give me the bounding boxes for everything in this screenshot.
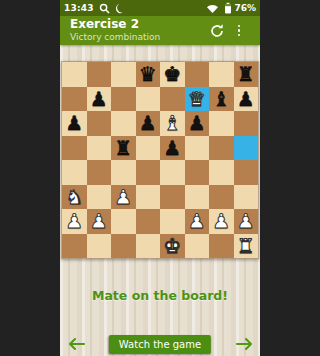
wifi-icon xyxy=(206,3,219,14)
square-c4[interactable] xyxy=(111,160,136,185)
square-e3[interactable] xyxy=(160,185,185,210)
black-pawn: ♟ xyxy=(136,111,161,136)
overflow-menu-icon[interactable] xyxy=(228,20,250,42)
watch-the-game-button[interactable]: Watch the game xyxy=(109,335,211,354)
black-pawn: ♟ xyxy=(87,87,112,112)
square-d7[interactable] xyxy=(136,87,161,112)
square-e2[interactable] xyxy=(160,209,185,234)
square-b5[interactable] xyxy=(87,136,112,161)
square-b1[interactable] xyxy=(87,234,112,259)
battery-icon xyxy=(224,2,232,14)
square-h3[interactable] xyxy=(234,185,259,210)
black-king: ♚ xyxy=(160,62,185,87)
menu-dots xyxy=(238,24,241,38)
square-b8[interactable] xyxy=(87,62,112,87)
square-e1[interactable]: ♚ xyxy=(160,234,185,259)
square-b2[interactable]: ♟ xyxy=(87,209,112,234)
black-queen: ♛ xyxy=(136,62,161,87)
square-c2[interactable] xyxy=(111,209,136,234)
square-f5[interactable] xyxy=(185,136,210,161)
square-g5[interactable] xyxy=(209,136,234,161)
square-e7[interactable] xyxy=(160,87,185,112)
square-f7[interactable]: ♛ xyxy=(185,87,210,112)
white-pawn: ♟ xyxy=(185,209,210,234)
result-message: Mate on the board! xyxy=(60,288,260,303)
square-b4[interactable] xyxy=(87,160,112,185)
square-a8[interactable] xyxy=(62,62,87,87)
square-a4[interactable] xyxy=(62,160,87,185)
square-g7[interactable]: ♝ xyxy=(209,87,234,112)
square-d1[interactable] xyxy=(136,234,161,259)
square-d4[interactable] xyxy=(136,160,161,185)
square-h4[interactable] xyxy=(234,160,259,185)
previous-exercise-arrow[interactable] xyxy=(66,334,86,354)
square-c7[interactable] xyxy=(111,87,136,112)
page-title: Exercise 2 xyxy=(70,18,206,31)
white-queen: ♛ xyxy=(185,87,210,112)
square-c3[interactable]: ♟ xyxy=(111,185,136,210)
white-rook: ♜ xyxy=(234,234,259,259)
chess-board: ♛♚♜♟♛♝♟♟♟♝♟♜♟♞♟♟♟♟♟♟♚♜ xyxy=(61,61,259,259)
square-g2[interactable]: ♟ xyxy=(209,209,234,234)
square-h2[interactable]: ♟ xyxy=(234,209,259,234)
square-d3[interactable] xyxy=(136,185,161,210)
white-pawn: ♟ xyxy=(209,209,234,234)
square-d5[interactable] xyxy=(136,136,161,161)
white-king: ♚ xyxy=(160,234,185,259)
refresh-icon[interactable] xyxy=(206,20,228,42)
square-g8[interactable] xyxy=(209,62,234,87)
page-subtitle: Victory combination xyxy=(70,33,206,43)
square-c5[interactable]: ♜ xyxy=(111,136,136,161)
square-d6[interactable]: ♟ xyxy=(136,111,161,136)
app-bar-titles: Exercise 2 Victory combination xyxy=(70,18,206,42)
status-bar: 13:43 76% xyxy=(60,0,260,16)
square-g3[interactable] xyxy=(209,185,234,210)
black-pawn: ♟ xyxy=(185,111,210,136)
do-not-disturb-moon-icon xyxy=(115,3,125,14)
square-e6[interactable]: ♝ xyxy=(160,111,185,136)
square-f8[interactable] xyxy=(185,62,210,87)
square-h7[interactable]: ♟ xyxy=(234,87,259,112)
square-g6[interactable] xyxy=(209,111,234,136)
square-h5[interactable] xyxy=(234,136,259,161)
black-rook: ♜ xyxy=(234,62,259,87)
square-b6[interactable] xyxy=(87,111,112,136)
white-knight: ♞ xyxy=(62,185,87,210)
clock: 13:43 xyxy=(64,3,94,13)
white-bishop: ♝ xyxy=(160,111,185,136)
square-h1[interactable]: ♜ xyxy=(234,234,259,259)
black-pawn: ♟ xyxy=(160,136,185,161)
square-a7[interactable] xyxy=(62,87,87,112)
white-pawn: ♟ xyxy=(111,185,136,210)
square-f4[interactable] xyxy=(185,160,210,185)
square-a2[interactable]: ♟ xyxy=(62,209,87,234)
app-screen: 13:43 76% Exercise 2 Victory combination… xyxy=(60,0,260,356)
search-icon xyxy=(99,3,110,14)
square-c8[interactable] xyxy=(111,62,136,87)
black-pawn: ♟ xyxy=(234,87,259,112)
white-pawn: ♟ xyxy=(234,209,259,234)
square-g4[interactable] xyxy=(209,160,234,185)
square-f2[interactable]: ♟ xyxy=(185,209,210,234)
white-pawn: ♟ xyxy=(62,209,87,234)
square-f3[interactable] xyxy=(185,185,210,210)
square-b3[interactable] xyxy=(87,185,112,210)
square-a1[interactable] xyxy=(62,234,87,259)
square-g1[interactable] xyxy=(209,234,234,259)
square-a6[interactable]: ♟ xyxy=(62,111,87,136)
square-f1[interactable] xyxy=(185,234,210,259)
square-a3[interactable]: ♞ xyxy=(62,185,87,210)
square-c6[interactable] xyxy=(111,111,136,136)
black-rook: ♜ xyxy=(111,136,136,161)
app-bar: Exercise 2 Victory combination xyxy=(60,16,260,45)
square-e4[interactable] xyxy=(160,160,185,185)
square-d2[interactable] xyxy=(136,209,161,234)
white-pawn: ♟ xyxy=(87,209,112,234)
black-pawn: ♟ xyxy=(62,111,87,136)
square-h8[interactable]: ♜ xyxy=(234,62,259,87)
square-h6[interactable] xyxy=(234,111,259,136)
square-e5[interactable]: ♟ xyxy=(160,136,185,161)
next-exercise-arrow[interactable] xyxy=(234,334,254,354)
square-c1[interactable] xyxy=(111,234,136,259)
battery-percent: 76% xyxy=(234,3,256,13)
square-a5[interactable] xyxy=(62,136,87,161)
square-e8[interactable]: ♚ xyxy=(160,62,185,87)
black-bishop: ♝ xyxy=(209,87,234,112)
square-f6[interactable]: ♟ xyxy=(185,111,210,136)
square-d8[interactable]: ♛ xyxy=(136,62,161,87)
square-b7[interactable]: ♟ xyxy=(87,87,112,112)
